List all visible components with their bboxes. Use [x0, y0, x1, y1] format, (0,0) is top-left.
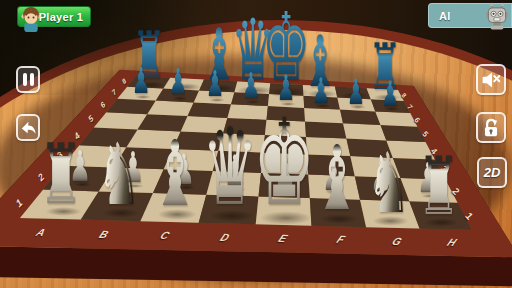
piece-white-rook-a1[interactable]: ♜: [40, 134, 83, 213]
piece-white-rook-h1[interactable]: ♜: [419, 148, 461, 224]
piece-white-bishop-f1[interactable]: ♝: [314, 137, 360, 222]
piece-white-bishop-c1[interactable]: ♝: [151, 131, 198, 217]
undo-arrow-icon: [19, 120, 37, 136]
robot-icon: [485, 2, 509, 30]
piece-blue-pawn-g7[interactable]: ♟: [347, 75, 365, 108]
piece-white-king-e1[interactable]: ♚: [253, 106, 315, 220]
pieces-layer: ♜♞♝♛♚♝♞♜♟♟♟♟♟♟♟♟♟♟♟♟♟♟♟♟♜♞♝♛♚♝♞♜: [0, 0, 512, 288]
back-button[interactable]: [16, 114, 40, 141]
speaker-muted-icon: [481, 70, 501, 90]
player-name-label: Player 1: [39, 11, 84, 23]
game-scene: ABCDEFGH1122334455667788 ♜♞♝♛♚♝♞♜♟♟♟♟♟♟♟…: [0, 0, 512, 288]
lock-button[interactable]: [476, 112, 506, 143]
piece-blue-pawn-b7[interactable]: ♟: [169, 65, 188, 99]
piece-white-queen-d1[interactable]: ♛: [202, 117, 257, 218]
2d-label: 2D: [484, 165, 501, 180]
mute-button[interactable]: [476, 64, 506, 95]
unlocked-padlock-icon: [482, 117, 500, 139]
piece-blue-pawn-a7[interactable]: ♟: [132, 63, 151, 97]
piece-white-knight-b1[interactable]: ♞: [96, 134, 141, 215]
boy-avatar-icon: [19, 5, 43, 32]
ai-name-label: AI: [439, 10, 451, 22]
piece-blue-pawn-h7[interactable]: ♟: [381, 77, 399, 110]
2d-view-toggle-button[interactable]: 2D: [477, 157, 507, 188]
pause-button[interactable]: [16, 66, 40, 93]
pause-icon: [23, 73, 27, 86]
piece-white-knight-g1[interactable]: ♞: [367, 144, 410, 223]
piece-blue-pawn-c7[interactable]: ♟: [205, 67, 224, 101]
ai-banner: AI: [428, 3, 512, 28]
player-banner: Player 1: [17, 6, 91, 27]
